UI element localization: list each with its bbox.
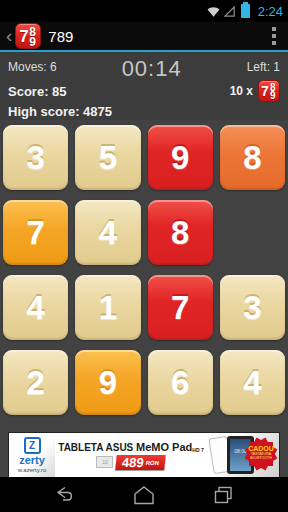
tile-r3c1-4[interactable]: 4 bbox=[3, 275, 68, 340]
tile-r2c3-8[interactable]: 8 bbox=[148, 200, 213, 265]
game-area: 359874841732964 Z zerty w.azerty.ro TABL… bbox=[0, 120, 288, 477]
nav-recents-button[interactable] bbox=[197, 485, 249, 505]
tile-r4c3-6[interactable]: 6 bbox=[148, 350, 213, 415]
android-nav-bar bbox=[0, 477, 288, 512]
tile-r3c2-1[interactable]: 1 bbox=[75, 275, 140, 340]
app-icon-789: 7 8 9 bbox=[15, 23, 41, 49]
ad-banner[interactable]: Z zerty w.azerty.ro TABLETA ASUS MeMO Pa… bbox=[9, 433, 279, 477]
info-panel: Moves: 6 00:14 Left: 1 Score: 85 10 x 7 … bbox=[0, 52, 288, 120]
azerty-z-icon: Z bbox=[24, 437, 41, 454]
tile-r4c4-4[interactable]: 4 bbox=[220, 350, 285, 415]
nav-home-button[interactable] bbox=[118, 485, 170, 505]
ad-text-block: TABLETA ASUS MeMO PadHD 7 10 489RON bbox=[55, 433, 207, 477]
tile-r2c1-7[interactable]: 7 bbox=[3, 200, 68, 265]
tile-r1c4-8[interactable]: 8 bbox=[220, 125, 285, 190]
battery-icon bbox=[241, 4, 250, 18]
back-chevron-icon[interactable]: ‹ bbox=[6, 26, 12, 45]
board-grid: 359874841732964 bbox=[0, 120, 288, 415]
tile-r4c2-9[interactable]: 9 bbox=[75, 350, 140, 415]
wifi-icon bbox=[207, 6, 220, 17]
high-score-label: High score: 4875 bbox=[8, 104, 112, 119]
multiplier-789-icon: 7 8 9 bbox=[258, 80, 280, 102]
tile-r3c3-7[interactable]: 7 bbox=[148, 275, 213, 340]
ad-brand: zerty bbox=[19, 455, 45, 466]
back-icon bbox=[53, 485, 77, 505]
gift-badge: CADOU TASTATURA BLUETOOTH bbox=[244, 437, 278, 471]
app-icon-digit-7: 7 bbox=[19, 28, 28, 45]
tile-r1c1-3[interactable]: 3 bbox=[3, 125, 68, 190]
left-label: Left: 1 bbox=[247, 56, 280, 74]
timer: 00:14 bbox=[122, 56, 182, 82]
multiplier-group: 10 x 7 8 9 bbox=[230, 80, 280, 102]
tile-r4c1-2[interactable]: 2 bbox=[3, 350, 68, 415]
multiplier-label: 10 x bbox=[230, 84, 253, 98]
ad-advertiser-logo: Z zerty w.azerty.ro bbox=[9, 433, 55, 477]
moves-label: Moves: 6 bbox=[8, 56, 57, 74]
tile-r3c4-3[interactable]: 3 bbox=[220, 275, 285, 340]
app-bar: ‹ 7 8 9 789 bbox=[0, 22, 288, 52]
app-title: 789 bbox=[48, 28, 73, 45]
app-icon-digit-9: 9 bbox=[29, 36, 36, 48]
ad-title: TABLETA ASUS MeMO PadHD 7 bbox=[58, 441, 203, 453]
ad-price-tag: 489RON bbox=[116, 455, 167, 470]
recents-icon bbox=[211, 485, 235, 505]
overflow-menu-icon[interactable] bbox=[266, 23, 282, 49]
phone-screen: 2:24 ‹ 7 8 9 789 Moves: 6 00:14 Left: 1 … bbox=[0, 0, 288, 512]
tile-r1c3-9[interactable]: 9 bbox=[148, 125, 213, 190]
status-bar: 2:24 bbox=[0, 0, 288, 22]
status-time: 2:24 bbox=[258, 4, 283, 19]
ad-brand-url: w.azerty.ro bbox=[18, 467, 47, 473]
tile-r2c2-4[interactable]: 4 bbox=[75, 200, 140, 265]
tile-r1c2-5[interactable]: 5 bbox=[75, 125, 140, 190]
home-icon bbox=[132, 485, 156, 505]
signal-icon bbox=[224, 6, 235, 17]
ad-old-price: 10 bbox=[96, 456, 113, 468]
empty-cell-r2c4 bbox=[220, 200, 285, 265]
score-label: Score: 85 bbox=[8, 84, 67, 99]
nav-back-button[interactable] bbox=[39, 485, 91, 505]
ad-product-image: 08:00 CADOU TASTATURA BLUETOOTH bbox=[207, 433, 279, 477]
